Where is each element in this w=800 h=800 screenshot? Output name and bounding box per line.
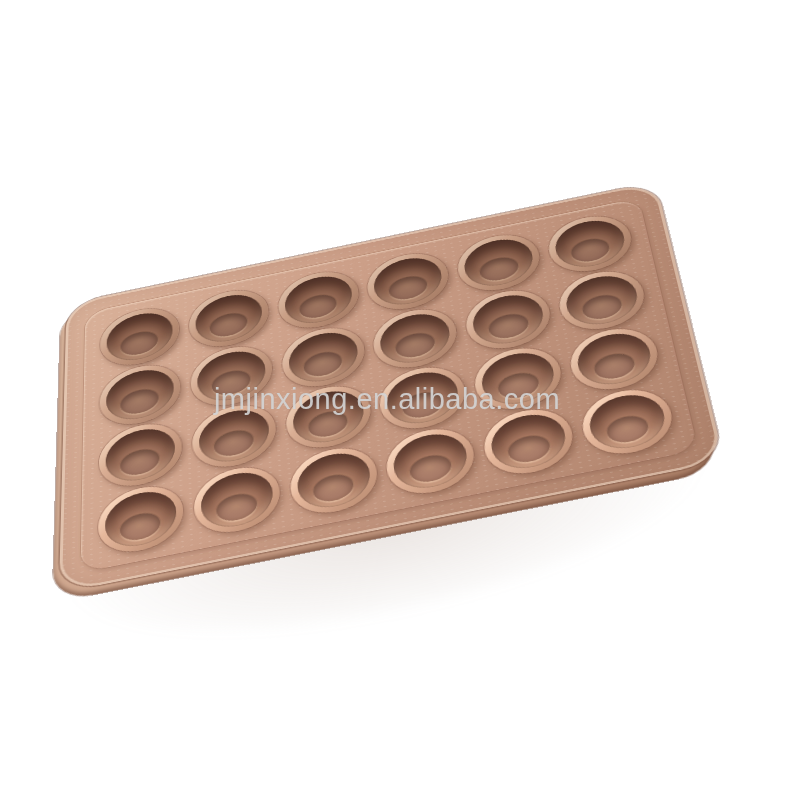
cup-floor [402,390,445,421]
cup-floor [209,311,247,340]
cup-floor [298,292,337,321]
cup-cavity [479,347,558,410]
muffin-cup [188,284,270,353]
cup-floor [121,329,158,358]
cup-cavity [287,327,359,387]
cup-floor [604,413,650,446]
cup-floor [312,472,354,505]
cup-cavity [197,346,267,406]
cup-cavity [488,409,569,475]
cup-cavity [106,423,176,486]
muffin-cup [100,302,180,372]
muffin-cup [544,210,636,279]
cup-floor [580,292,624,322]
cup-cavity [200,467,274,533]
cup-floor [592,351,637,382]
cup-floor [388,274,428,303]
muffin-cup [471,341,566,416]
cup-cavity [105,486,177,552]
cup-cavity [195,290,263,348]
cup-floor [214,428,254,460]
cup-floor [120,447,159,479]
muffin-cup [284,380,373,455]
muffin-cup [555,264,650,336]
muffin-cup [577,383,677,461]
cup-cavity [551,215,628,272]
muffin-cup [371,302,460,374]
cup-floor [121,386,159,416]
muffin-cup [190,340,274,412]
muffin-cup [98,479,184,558]
cup-cavity [283,271,353,329]
muffin-cup [280,321,366,393]
muffin-cup [277,266,361,335]
muffin-cup [192,399,278,475]
muffin-cup [480,402,577,480]
cup-floor [409,452,453,485]
cup-cavity [378,308,452,368]
cup-floor [303,349,343,379]
cup-cavity [372,253,444,311]
cup-cavity [562,270,641,330]
cup-floor [497,370,541,401]
muffin-cup [365,247,452,316]
muffin-cup [99,417,183,493]
cup-floor [569,236,611,265]
cup-cavity [291,386,365,449]
cup-floor [211,368,250,398]
muffin-cup [288,441,379,520]
cup-cavity [470,289,547,349]
cup-cavity [462,234,537,292]
cup-cavity [106,364,174,425]
product-photo: jmjinxiong.en.alibaba.com [0,0,800,800]
muffin-cup [384,422,478,501]
cup-floor [216,491,257,524]
muffin-cup [193,460,281,539]
cup-floor [120,510,160,543]
cup-cavity [107,308,173,366]
cup-floor [478,255,519,284]
muffin-cup [377,361,469,436]
cup-cavity [391,428,470,494]
cup-floor [506,433,551,466]
muffin-cup [463,283,555,355]
cup-cavity [385,367,462,430]
cup-cavity [198,405,270,468]
muffin-cup [100,358,182,431]
cup-cavity [296,447,372,513]
cup-cavity [573,328,654,391]
cup-floor [395,330,436,360]
muffin-cup [566,322,663,397]
muffin-cup [454,228,543,297]
cup-floor [487,311,530,341]
cup-cavity [585,389,669,454]
cup-floor [307,409,348,441]
